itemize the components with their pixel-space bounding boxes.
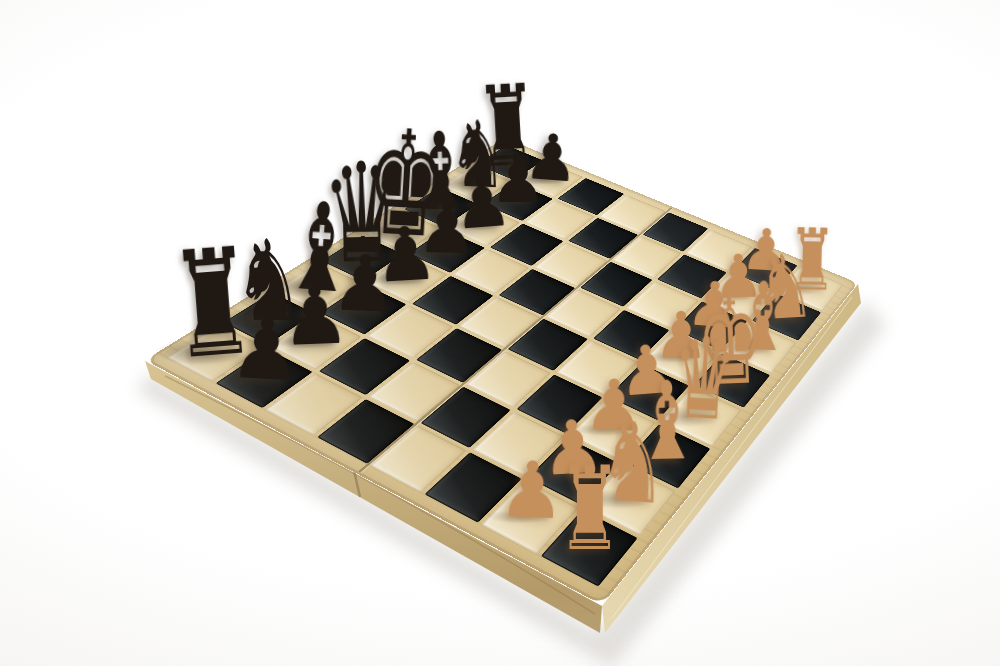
white-rook-a1[interactable]: ♜ bbox=[554, 452, 626, 568]
chess-set-photo: ♜♞♝♛♚♝♞♜♟♟♟♟♟♟♟♟♟♟♟♟♟♟♟♟♜♞♝♛♚♝♞♜ bbox=[0, 0, 1000, 666]
black-pawn-a7[interactable]: ♟ bbox=[224, 306, 309, 395]
